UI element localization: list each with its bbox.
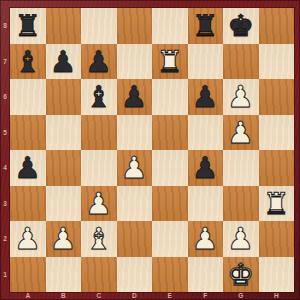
square-a5[interactable] [10, 115, 46, 151]
rank-label-8: 8 [0, 8, 10, 44]
square-e3[interactable] [152, 186, 188, 222]
square-d8[interactable] [117, 8, 153, 44]
square-f3[interactable] [188, 186, 224, 222]
square-g5[interactable]: ♟ [223, 115, 259, 151]
rank-label-3: 3 [0, 186, 10, 222]
black-bishop: ♝ [10, 44, 46, 80]
square-a8[interactable]: ♜ [10, 8, 46, 44]
square-f2[interactable]: ♟ [188, 221, 224, 257]
rank-labels: 87654321 [0, 8, 10, 292]
white-rook: ♜ [259, 186, 295, 222]
square-b1[interactable] [46, 257, 82, 293]
rank-label-2: 2 [0, 221, 10, 257]
black-pawn: ♟ [46, 44, 82, 80]
square-e5[interactable] [152, 115, 188, 151]
file-label-b: B [46, 291, 82, 300]
square-e6[interactable] [152, 79, 188, 115]
white-king: ♚ [223, 257, 259, 293]
square-g3[interactable] [223, 186, 259, 222]
square-c5[interactable] [81, 115, 117, 151]
square-b2[interactable]: ♟ [46, 221, 82, 257]
rank-label-4: 4 [0, 150, 10, 186]
white-bishop: ♝ [81, 221, 117, 257]
square-b4[interactable] [46, 150, 82, 186]
square-b8[interactable] [46, 8, 82, 44]
square-f8[interactable]: ♜ [188, 8, 224, 44]
square-e1[interactable] [152, 257, 188, 293]
rank-label-1: 1 [0, 257, 10, 293]
square-f1[interactable] [188, 257, 224, 293]
square-h1[interactable] [259, 257, 295, 293]
square-h8[interactable] [259, 8, 295, 44]
square-d7[interactable] [117, 44, 153, 80]
square-g7[interactable] [223, 44, 259, 80]
square-h4[interactable] [259, 150, 295, 186]
rank-label-6: 6 [0, 79, 10, 115]
square-g2[interactable]: ♟ [223, 221, 259, 257]
square-f6[interactable]: ♟ [188, 79, 224, 115]
square-e7[interactable]: ♜ [152, 44, 188, 80]
board-frame: ♜♜♚♝♟♟♜♝♟♟♟♟♟♟♟♟♜♟♟♝♟♟♚ 87654321 ABCDEFG… [0, 0, 300, 300]
rank-label-7: 7 [0, 44, 10, 80]
square-b3[interactable] [46, 186, 82, 222]
rank-label-5: 5 [0, 115, 10, 151]
square-c2[interactable]: ♝ [81, 221, 117, 257]
black-pawn: ♟ [188, 150, 224, 186]
square-g8[interactable]: ♚ [223, 8, 259, 44]
square-a3[interactable] [10, 186, 46, 222]
square-f7[interactable] [188, 44, 224, 80]
square-b6[interactable] [46, 79, 82, 115]
black-pawn: ♟ [117, 79, 153, 115]
black-pawn: ♟ [10, 150, 46, 186]
file-label-g: G [223, 291, 259, 300]
square-a4[interactable]: ♟ [10, 150, 46, 186]
white-pawn: ♟ [81, 186, 117, 222]
file-labels: ABCDEFGH [10, 291, 294, 300]
file-label-f: F [188, 291, 224, 300]
file-label-h: H [259, 291, 295, 300]
square-d4[interactable]: ♟ [117, 150, 153, 186]
square-d3[interactable] [117, 186, 153, 222]
square-c7[interactable]: ♟ [81, 44, 117, 80]
white-pawn: ♟ [10, 221, 46, 257]
square-c1[interactable] [81, 257, 117, 293]
white-pawn: ♟ [223, 79, 259, 115]
file-label-e: E [152, 291, 188, 300]
square-a6[interactable] [10, 79, 46, 115]
white-rook: ♜ [152, 44, 188, 80]
square-h6[interactable] [259, 79, 295, 115]
square-e2[interactable] [152, 221, 188, 257]
square-b5[interactable] [46, 115, 82, 151]
square-e4[interactable] [152, 150, 188, 186]
white-pawn: ♟ [117, 150, 153, 186]
board: ♜♜♚♝♟♟♜♝♟♟♟♟♟♟♟♟♜♟♟♝♟♟♚ [10, 8, 294, 292]
square-g1[interactable]: ♚ [223, 257, 259, 293]
white-pawn: ♟ [188, 221, 224, 257]
square-f4[interactable]: ♟ [188, 150, 224, 186]
square-c4[interactable] [81, 150, 117, 186]
square-f5[interactable] [188, 115, 224, 151]
square-a2[interactable]: ♟ [10, 221, 46, 257]
square-b7[interactable]: ♟ [46, 44, 82, 80]
black-king: ♚ [223, 8, 259, 44]
white-pawn: ♟ [46, 221, 82, 257]
black-rook: ♜ [10, 8, 46, 44]
square-e8[interactable] [152, 8, 188, 44]
white-pawn: ♟ [223, 115, 259, 151]
square-h2[interactable] [259, 221, 295, 257]
square-h5[interactable] [259, 115, 295, 151]
square-h7[interactable] [259, 44, 295, 80]
square-a7[interactable]: ♝ [10, 44, 46, 80]
black-bishop: ♝ [81, 79, 117, 115]
square-h3[interactable]: ♜ [259, 186, 295, 222]
file-label-a: A [10, 291, 46, 300]
file-label-d: D [117, 291, 153, 300]
white-pawn: ♟ [223, 221, 259, 257]
square-d2[interactable] [117, 221, 153, 257]
square-g4[interactable] [223, 150, 259, 186]
square-d1[interactable] [117, 257, 153, 293]
black-pawn: ♟ [188, 79, 224, 115]
square-d6[interactable]: ♟ [117, 79, 153, 115]
file-label-c: C [81, 291, 117, 300]
black-pawn: ♟ [81, 44, 117, 80]
square-d5[interactable] [117, 115, 153, 151]
square-g6[interactable]: ♟ [223, 79, 259, 115]
black-rook: ♜ [188, 8, 224, 44]
square-c3[interactable]: ♟ [81, 186, 117, 222]
square-c6[interactable]: ♝ [81, 79, 117, 115]
square-c8[interactable] [81, 8, 117, 44]
square-a1[interactable] [10, 257, 46, 293]
